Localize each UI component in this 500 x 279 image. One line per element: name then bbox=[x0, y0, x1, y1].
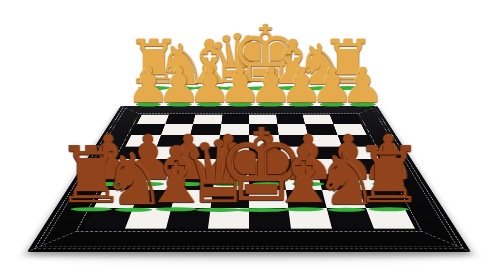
square-d2 bbox=[220, 124, 249, 135]
pawn-glyph: ♟ bbox=[219, 63, 262, 107]
corner-miter-stitch bbox=[121, 106, 139, 113]
square-d3 bbox=[218, 135, 249, 147]
piece-white-bishop: ♝ bbox=[182, 35, 237, 91]
square-h3 bbox=[337, 135, 372, 147]
square-e2 bbox=[249, 124, 278, 135]
square-b1 bbox=[165, 115, 196, 125]
king-glyph: ♚ bbox=[230, 19, 300, 91]
felt-base bbox=[167, 87, 196, 91]
square-d4 bbox=[216, 146, 249, 159]
square-c8 bbox=[166, 208, 210, 229]
felt-base bbox=[306, 87, 335, 91]
square-e4 bbox=[249, 146, 282, 159]
square-d8 bbox=[208, 208, 249, 229]
leather-board-mat bbox=[27, 106, 471, 252]
square-g1 bbox=[303, 115, 334, 125]
square-e3 bbox=[249, 135, 280, 147]
bishop-glyph: ♝ bbox=[265, 35, 320, 91]
square-h5 bbox=[347, 159, 387, 173]
square-f3 bbox=[278, 135, 310, 147]
piece-white-pawn: ♟ bbox=[188, 63, 231, 107]
square-c4 bbox=[184, 146, 218, 159]
pawn-glyph: ♟ bbox=[188, 63, 231, 107]
felt-base bbox=[245, 87, 286, 91]
felt-base bbox=[332, 87, 364, 91]
queen-glyph: ♛ bbox=[207, 29, 267, 91]
piece-white-pawn: ♟ bbox=[341, 63, 384, 107]
square-f7 bbox=[285, 190, 326, 208]
piece-white-knight: ♞ bbox=[295, 39, 345, 91]
square-h6 bbox=[352, 174, 395, 190]
square-f2 bbox=[277, 124, 308, 135]
felt-base bbox=[220, 87, 255, 91]
rook-glyph: ♜ bbox=[127, 35, 182, 91]
piece-white-queen: ♛ bbox=[207, 29, 267, 91]
bishop-glyph: ♝ bbox=[182, 35, 237, 91]
square-b3 bbox=[156, 135, 190, 147]
square-a1 bbox=[137, 115, 169, 125]
square-b5 bbox=[146, 159, 184, 173]
square-c3 bbox=[187, 135, 219, 147]
square-a3 bbox=[125, 135, 160, 147]
corner-miter-stitch bbox=[420, 231, 467, 251]
square-f8 bbox=[288, 208, 332, 229]
corner-miter-stitch bbox=[359, 106, 377, 113]
square-g3 bbox=[308, 135, 342, 147]
felt-base bbox=[277, 87, 309, 91]
pawn-glyph: ♟ bbox=[127, 63, 170, 107]
piece-white-king: ♚ bbox=[230, 19, 300, 91]
square-g4 bbox=[311, 146, 347, 159]
square-f4 bbox=[280, 146, 314, 159]
square-g5 bbox=[314, 159, 352, 173]
pawn-glyph: ♟ bbox=[341, 63, 384, 107]
piece-white-bishop: ♝ bbox=[265, 35, 320, 91]
pawn-glyph: ♟ bbox=[310, 63, 353, 107]
piece-white-pawn: ♟ bbox=[157, 63, 200, 107]
piece-white-rook: ♜ bbox=[127, 35, 182, 91]
rook-glyph: ♜ bbox=[321, 35, 376, 91]
pawn-glyph: ♟ bbox=[280, 63, 323, 107]
piece-white-pawn: ♟ bbox=[219, 63, 262, 107]
corner-miter-stitch bbox=[30, 231, 77, 251]
square-b7 bbox=[133, 190, 177, 208]
square-g2 bbox=[305, 124, 337, 135]
piece-white-pawn: ♟ bbox=[249, 63, 292, 107]
chessboard-grid bbox=[83, 115, 415, 229]
square-h1 bbox=[329, 115, 361, 125]
product-photo-canvas: ♜♞♝♛♚♝♞♜♟♟♟♟♟♟♟♟♟♟♟♟♟♟♟♟♜♞♝♛♚♝♞♜ bbox=[0, 0, 500, 279]
square-h8 bbox=[365, 208, 414, 229]
square-b6 bbox=[140, 174, 181, 190]
piece-white-pawn: ♟ bbox=[127, 63, 170, 107]
square-c6 bbox=[176, 174, 215, 190]
piece-white-pawn: ♟ bbox=[310, 63, 353, 107]
piece-white-rook: ♜ bbox=[321, 35, 376, 91]
square-h4 bbox=[342, 146, 380, 159]
square-b2 bbox=[161, 124, 193, 135]
square-f5 bbox=[282, 159, 318, 173]
square-c2 bbox=[190, 124, 221, 135]
knight-glyph: ♞ bbox=[156, 39, 206, 91]
square-c5 bbox=[180, 159, 216, 173]
square-e7 bbox=[249, 190, 288, 208]
square-e1 bbox=[249, 115, 277, 125]
square-c1 bbox=[193, 115, 222, 125]
square-h7 bbox=[358, 190, 404, 208]
square-d7 bbox=[210, 190, 249, 208]
square-f1 bbox=[276, 115, 305, 125]
piece-white-pawn: ♟ bbox=[280, 63, 323, 107]
square-d5 bbox=[215, 159, 249, 173]
knight-glyph: ♞ bbox=[295, 39, 345, 91]
pawn-glyph: ♟ bbox=[157, 63, 200, 107]
square-a4 bbox=[119, 146, 157, 159]
square-b4 bbox=[151, 146, 187, 159]
square-e8 bbox=[249, 208, 290, 229]
felt-base bbox=[138, 87, 170, 91]
square-d1 bbox=[221, 115, 249, 125]
square-d6 bbox=[213, 174, 249, 190]
piece-white-knight: ♞ bbox=[156, 39, 206, 91]
square-e5 bbox=[249, 159, 283, 173]
square-h2 bbox=[333, 124, 366, 135]
felt-base bbox=[194, 87, 226, 91]
square-a2 bbox=[131, 124, 164, 135]
square-e6 bbox=[249, 174, 285, 190]
square-c7 bbox=[171, 190, 212, 208]
square-b8 bbox=[125, 208, 172, 229]
square-f6 bbox=[283, 174, 322, 190]
pawn-glyph: ♟ bbox=[249, 63, 292, 107]
